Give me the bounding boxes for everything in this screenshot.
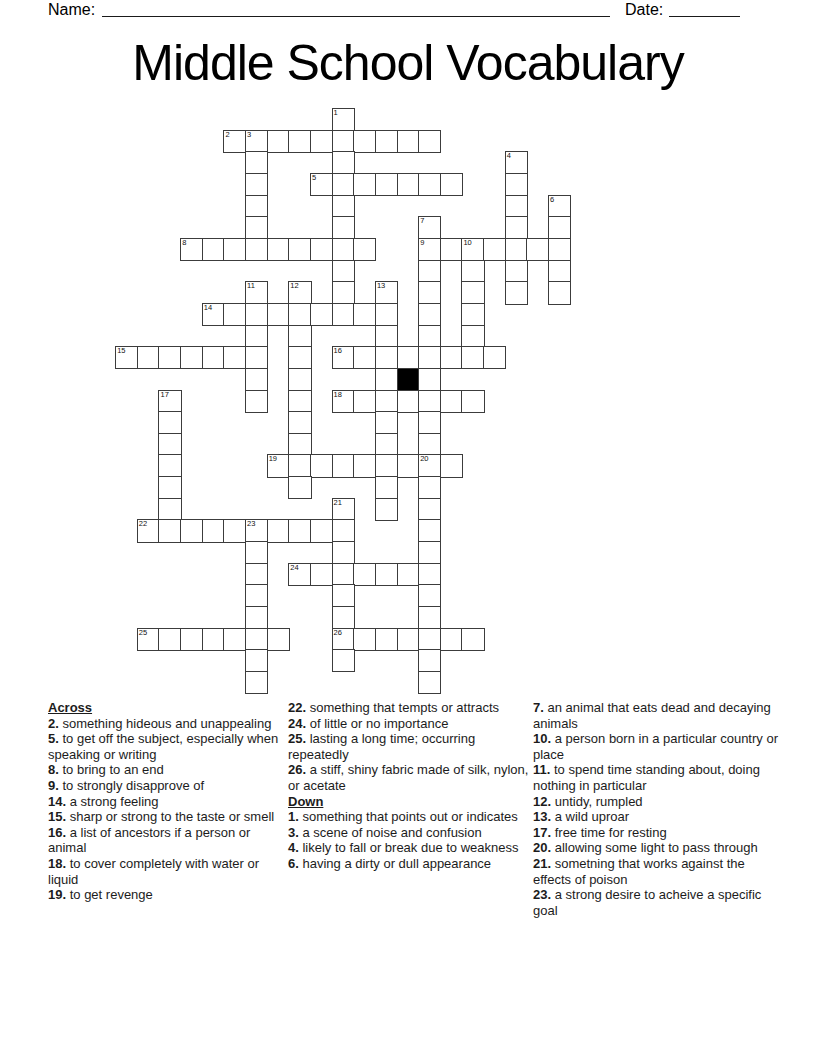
cell-r16c12[interactable] xyxy=(375,454,398,477)
cell-number-2: 2 xyxy=(225,131,229,139)
cell-r6c14[interactable]: 9 xyxy=(418,238,441,261)
cell-r24c3[interactable] xyxy=(180,628,203,651)
cell-r4c20[interactable]: 6 xyxy=(548,195,571,218)
cell-r10c14[interactable] xyxy=(418,325,441,348)
cell-r1c7[interactable] xyxy=(267,130,290,153)
cell-r10c8[interactable] xyxy=(288,325,311,348)
cell-r1c5[interactable]: 2 xyxy=(223,130,246,153)
cell-r11c4[interactable] xyxy=(202,346,225,369)
cell-number-14: 14 xyxy=(204,304,212,312)
cell-r11c13[interactable] xyxy=(397,346,420,369)
cell-r18c12[interactable] xyxy=(375,498,398,521)
cell-r5c18[interactable] xyxy=(505,216,528,239)
clues-across-header: Across xyxy=(48,700,285,716)
cell-number-4: 4 xyxy=(507,152,511,160)
cell-r21c14[interactable] xyxy=(418,563,441,586)
cell-r6c10[interactable] xyxy=(332,238,355,261)
cell-r16c10[interactable] xyxy=(332,454,355,477)
cell-r6c11[interactable] xyxy=(353,238,376,261)
cell-r19c8[interactable] xyxy=(288,519,311,542)
cell-r13c12[interactable] xyxy=(375,390,398,413)
cell-r24c15[interactable] xyxy=(440,628,463,651)
cell-r14c2[interactable] xyxy=(158,411,181,434)
clue-number: 7. xyxy=(533,700,547,715)
cell-r21c12[interactable] xyxy=(375,563,398,586)
crossword-grid: 1234567891011121314151617181920212223242… xyxy=(116,109,570,693)
clue-number: 14. xyxy=(48,794,70,809)
cell-r13c14[interactable] xyxy=(418,390,441,413)
cell-r5c20[interactable] xyxy=(548,216,571,239)
cell-r19c4[interactable] xyxy=(202,519,225,542)
cell-r24c12[interactable] xyxy=(375,628,398,651)
cell-r8c10[interactable] xyxy=(332,281,355,304)
cell-r1c12[interactable] xyxy=(375,130,398,153)
cell-r2c18[interactable]: 4 xyxy=(505,151,528,174)
clue-across-25: 25. lasting a long time; occurring repea… xyxy=(288,731,531,762)
clue-number: 17. xyxy=(533,825,555,840)
clue-number: 23. xyxy=(533,887,555,902)
cell-r6c4[interactable] xyxy=(202,238,225,261)
clue-across-14: 14. a strong feeling xyxy=(48,794,285,810)
cell-number-26: 26 xyxy=(334,629,342,637)
cell-r6c9[interactable] xyxy=(310,238,333,261)
clues-column-left: Across2. something hideous and unappeali… xyxy=(48,700,285,903)
clue-number: 18. xyxy=(48,856,70,871)
cell-r14c12[interactable] xyxy=(375,411,398,434)
clue-across-22: 22. something that tempts or attracts xyxy=(288,700,531,716)
cell-r11c6[interactable] xyxy=(245,346,268,369)
worksheet-page: Name: Date: Middle School Vocabulary 123… xyxy=(0,0,816,1056)
cell-r19c10[interactable] xyxy=(332,519,355,542)
clue-down-13: 13. a wild uproar xyxy=(533,809,781,825)
clues-down-header: Down xyxy=(288,794,531,810)
cell-r6c17[interactable] xyxy=(483,238,506,261)
cell-r23c10[interactable] xyxy=(332,606,355,629)
name-line[interactable] xyxy=(102,16,610,17)
cell-number-3: 3 xyxy=(247,131,251,139)
cell-number-24: 24 xyxy=(290,564,298,572)
cell-r4c18[interactable] xyxy=(505,195,528,218)
cell-r16c2[interactable] xyxy=(158,454,181,477)
cell-number-11: 11 xyxy=(247,282,255,290)
cell-r15c12[interactable] xyxy=(375,433,398,456)
clue-number: 11. xyxy=(533,762,554,777)
cell-r21c13[interactable] xyxy=(397,563,420,586)
clue-down-11: 11. to spend time standing about, doing … xyxy=(533,762,781,793)
cell-r9c12[interactable] xyxy=(375,303,398,326)
cell-r9c8[interactable] xyxy=(288,303,311,326)
cell-r25c6[interactable] xyxy=(245,649,268,672)
cell-r11c1[interactable] xyxy=(137,346,160,369)
cell-r16c8[interactable] xyxy=(288,454,311,477)
cell-r17c12[interactable] xyxy=(375,476,398,499)
cell-number-12: 12 xyxy=(290,282,298,290)
cell-r19c5[interactable] xyxy=(223,519,246,542)
cell-r16c11[interactable] xyxy=(353,454,376,477)
clue-number: 21. xyxy=(533,856,555,871)
cell-r8c6[interactable]: 11 xyxy=(245,281,268,304)
cell-r12c8[interactable] xyxy=(288,368,311,391)
cell-number-13: 13 xyxy=(377,282,385,290)
clue-down-10: 10. a person born in a particular countr… xyxy=(533,731,781,762)
cell-r26c14[interactable] xyxy=(418,671,441,694)
cell-r7c18[interactable] xyxy=(505,260,528,283)
cell-r24c6[interactable] xyxy=(245,628,268,651)
cell-r24c14[interactable] xyxy=(418,628,441,651)
clue-down-17: 17. free time for resting xyxy=(533,825,781,841)
cell-r11c11[interactable] xyxy=(353,346,376,369)
cell-r12c6[interactable] xyxy=(245,368,268,391)
cell-r6c3[interactable]: 8 xyxy=(180,238,203,261)
cell-r3c13[interactable] xyxy=(397,173,420,196)
clue-number: 20. xyxy=(533,840,555,855)
clue-across-16: 16. a list of ancestors if a person or a… xyxy=(48,825,285,856)
clue-number: 13. xyxy=(533,809,555,824)
cell-r9c16[interactable] xyxy=(461,303,484,326)
clue-down-1: 1. something that points out or indicate… xyxy=(288,809,531,825)
clue-number: 3. xyxy=(288,825,302,840)
cell-r13c2[interactable]: 17 xyxy=(158,390,181,413)
cell-r15c8[interactable] xyxy=(288,433,311,456)
clue-down-20: 20. allowing some light to pass through xyxy=(533,840,781,856)
cell-number-22: 22 xyxy=(139,520,147,528)
cell-r11c5[interactable] xyxy=(223,346,246,369)
clue-across-18: 18. to cover completely with water or li… xyxy=(48,856,285,887)
cell-r11c0[interactable]: 15 xyxy=(115,346,138,369)
clue-number: 22. xyxy=(288,700,310,715)
cell-number-21: 21 xyxy=(334,499,342,507)
cell-r13c16[interactable] xyxy=(461,390,484,413)
cell-r19c3[interactable] xyxy=(180,519,203,542)
cell-r9c6[interactable] xyxy=(245,303,268,326)
cell-r11c17[interactable] xyxy=(483,346,506,369)
clue-across-19: 19. to get revenge xyxy=(48,887,285,903)
cell-number-23: 23 xyxy=(247,520,255,528)
cell-r19c7[interactable] xyxy=(267,519,290,542)
cell-r4c6[interactable] xyxy=(245,195,268,218)
cell-r0c10[interactable]: 1 xyxy=(332,108,355,131)
clue-down-12: 12. untidy, rumpled xyxy=(533,794,781,810)
cell-r3c15[interactable] xyxy=(440,173,463,196)
cell-r15c14[interactable] xyxy=(418,433,441,456)
clue-down-6: 6. having a dirty or dull appearance xyxy=(288,856,531,872)
date-label: Date: xyxy=(625,1,663,19)
cell-r16c13[interactable] xyxy=(397,454,420,477)
cell-r24c2[interactable] xyxy=(158,628,181,651)
cell-r1c9[interactable] xyxy=(310,130,333,153)
cell-r3c12[interactable] xyxy=(375,173,398,196)
cell-r5c10[interactable] xyxy=(332,216,355,239)
cell-number-16: 16 xyxy=(334,347,342,355)
cell-r25c14[interactable] xyxy=(418,649,441,672)
cell-r6c7[interactable] xyxy=(267,238,290,261)
cell-r20c6[interactable] xyxy=(245,541,268,564)
cell-r24c11[interactable] xyxy=(353,628,376,651)
cell-r2c6[interactable] xyxy=(245,151,268,174)
cell-r6c18[interactable] xyxy=(505,238,528,261)
cell-r20c14[interactable] xyxy=(418,541,441,564)
cell-r7c10[interactable] xyxy=(332,260,355,283)
cell-r18c14[interactable] xyxy=(418,498,441,521)
cell-r13c13[interactable] xyxy=(397,390,420,413)
cell-r14c14[interactable] xyxy=(418,411,441,434)
cell-r5c6[interactable] xyxy=(245,216,268,239)
clue-number: 4. xyxy=(288,840,302,855)
cell-r10c16[interactable] xyxy=(461,325,484,348)
cell-number-20: 20 xyxy=(420,455,428,463)
clue-down-23: 23. a strong desire to acheive a specifi… xyxy=(533,887,781,918)
clues-column-right: 7. an animal that eats dead and decaying… xyxy=(533,700,781,918)
cell-r13c11[interactable] xyxy=(353,390,376,413)
cell-r13c6[interactable] xyxy=(245,390,268,413)
cell-r11c16[interactable] xyxy=(461,346,484,369)
cell-r10c12[interactable] xyxy=(375,325,398,348)
clue-number: 26. xyxy=(288,762,310,777)
clue-number: 15. xyxy=(48,809,70,824)
cell-r9c9[interactable] xyxy=(310,303,333,326)
cell-r22c14[interactable] xyxy=(418,584,441,607)
cell-r11c2[interactable] xyxy=(158,346,181,369)
cell-r8c16[interactable] xyxy=(461,281,484,304)
cell-r9c4[interactable]: 14 xyxy=(202,303,225,326)
cell-r24c10[interactable]: 26 xyxy=(332,628,355,651)
cell-number-8: 8 xyxy=(182,239,186,247)
cell-r13c15[interactable] xyxy=(440,390,463,413)
cell-r7c16[interactable] xyxy=(461,260,484,283)
name-label: Name: xyxy=(48,1,95,19)
cell-r6c6[interactable] xyxy=(245,238,268,261)
cell-r1c10[interactable] xyxy=(332,130,355,153)
clue-number: 1. xyxy=(288,809,302,824)
cell-r1c13[interactable] xyxy=(397,130,420,153)
clue-number: 10. xyxy=(533,731,555,746)
cell-r24c16[interactable] xyxy=(461,628,484,651)
cell-number-15: 15 xyxy=(117,347,125,355)
cell-r19c14[interactable] xyxy=(418,519,441,542)
cell-r3c9[interactable]: 5 xyxy=(310,173,333,196)
cell-r13c8[interactable] xyxy=(288,390,311,413)
date-line[interactable] xyxy=(669,16,740,17)
clue-number: 2. xyxy=(48,716,62,731)
cell-r25c10[interactable] xyxy=(332,649,355,672)
clue-number: 6. xyxy=(288,856,302,871)
clue-number: 8. xyxy=(48,762,62,777)
clues-column-middle: 22. something that tempts or attracts24.… xyxy=(288,700,531,872)
cell-r21c11[interactable] xyxy=(353,563,376,586)
cell-r24c5[interactable] xyxy=(223,628,246,651)
cell-number-6: 6 xyxy=(550,196,554,204)
cell-r17c8[interactable] xyxy=(288,476,311,499)
cell-r9c10[interactable] xyxy=(332,303,355,326)
cell-r11c8[interactable] xyxy=(288,346,311,369)
cell-number-1: 1 xyxy=(334,109,338,117)
cell-r6c8[interactable] xyxy=(288,238,311,261)
cell-r6c15[interactable] xyxy=(440,238,463,261)
cell-r16c14[interactable]: 20 xyxy=(418,454,441,477)
blocked-cell xyxy=(397,368,420,391)
cell-r21c10[interactable] xyxy=(332,563,355,586)
cell-r11c14[interactable] xyxy=(418,346,441,369)
cell-r12c14[interactable] xyxy=(418,368,441,391)
clue-across-24: 24. of little or no importance xyxy=(288,716,531,732)
cell-r1c14[interactable] xyxy=(418,130,441,153)
clue-down-3: 3. a scene of noise and confusion xyxy=(288,825,531,841)
clue-number: 19. xyxy=(48,887,70,902)
cell-r9c11[interactable] xyxy=(353,303,376,326)
cell-r3c14[interactable] xyxy=(418,173,441,196)
cell-r24c4[interactable] xyxy=(202,628,225,651)
page-title: Middle School Vocabulary xyxy=(0,34,816,92)
cell-number-17: 17 xyxy=(160,391,168,399)
cell-r20c10[interactable] xyxy=(332,541,355,564)
cell-r11c12[interactable] xyxy=(375,346,398,369)
cell-r13c10[interactable]: 18 xyxy=(332,390,355,413)
cell-r23c14[interactable] xyxy=(418,606,441,629)
cell-r6c19[interactable] xyxy=(526,238,549,261)
cell-r23c6[interactable] xyxy=(245,606,268,629)
cell-r18c10[interactable]: 21 xyxy=(332,498,355,521)
cell-r18c2[interactable] xyxy=(158,498,181,521)
cell-number-10: 10 xyxy=(463,239,471,247)
cell-r3c6[interactable] xyxy=(245,173,268,196)
clue-number: 24. xyxy=(288,716,310,731)
cell-r1c6[interactable]: 3 xyxy=(245,130,268,153)
clue-across-26: 26. a stiff, shiny fabric made of silk, … xyxy=(288,762,531,793)
cell-r16c7[interactable]: 19 xyxy=(267,454,290,477)
clue-across-9: 9. to strongly disapprove of xyxy=(48,778,285,794)
cell-number-9: 9 xyxy=(420,239,424,247)
cell-r8c8[interactable]: 12 xyxy=(288,281,311,304)
cell-r19c6[interactable]: 23 xyxy=(245,519,268,542)
clue-across-2: 2. something hideous and unappealing xyxy=(48,716,285,732)
cell-number-18: 18 xyxy=(334,391,342,399)
clue-across-5: 5. to get off the subject, especially wh… xyxy=(48,731,285,762)
clue-number: 9. xyxy=(48,778,62,793)
cell-r1c8[interactable] xyxy=(288,130,311,153)
cell-number-19: 19 xyxy=(269,455,277,463)
cell-r26c6[interactable] xyxy=(245,671,268,694)
cell-r6c5[interactable] xyxy=(223,238,246,261)
clue-down-4: 4. likely to fall or break due to weakne… xyxy=(288,840,531,856)
cell-r11c15[interactable] xyxy=(440,346,463,369)
cell-r16c9[interactable] xyxy=(310,454,333,477)
cell-r7c20[interactable] xyxy=(548,260,571,283)
cell-r9c14[interactable] xyxy=(418,303,441,326)
cell-r19c2[interactable] xyxy=(158,519,181,542)
cell-r17c2[interactable] xyxy=(158,476,181,499)
cell-r1c11[interactable] xyxy=(353,130,376,153)
clue-down-21: 21. sometning that works against the eff… xyxy=(533,856,781,887)
cell-r15c2[interactable] xyxy=(158,433,181,456)
cell-number-7: 7 xyxy=(420,217,424,225)
clue-number: 12. xyxy=(533,794,555,809)
cell-r3c11[interactable] xyxy=(353,173,376,196)
cell-r9c7[interactable] xyxy=(267,303,290,326)
cell-r6c16[interactable]: 10 xyxy=(461,238,484,261)
clue-across-15: 15. sharp or strong to the taste or smel… xyxy=(48,809,285,825)
clue-across-8: 8. to bring to an end xyxy=(48,762,285,778)
cell-r12c12[interactable] xyxy=(375,368,398,391)
cell-r3c18[interactable] xyxy=(505,173,528,196)
cell-r2c10[interactable] xyxy=(332,151,355,174)
cell-r4c10[interactable] xyxy=(332,195,355,218)
cell-r19c1[interactable]: 22 xyxy=(137,519,160,542)
cell-r21c8[interactable]: 24 xyxy=(288,563,311,586)
cell-r22c6[interactable] xyxy=(245,584,268,607)
clue-number: 5. xyxy=(48,731,62,746)
cell-r24c1[interactable]: 25 xyxy=(137,628,160,651)
cell-r8c18[interactable] xyxy=(505,281,528,304)
cell-r3c10[interactable] xyxy=(332,173,355,196)
cell-r21c9[interactable] xyxy=(310,563,333,586)
cell-r8c12[interactable]: 13 xyxy=(375,281,398,304)
cell-r19c9[interactable] xyxy=(310,519,333,542)
cell-r8c20[interactable] xyxy=(548,281,571,304)
cell-r11c10[interactable]: 16 xyxy=(332,346,355,369)
clue-number: 25. xyxy=(288,731,310,746)
cell-number-25: 25 xyxy=(139,629,147,637)
cell-r8c14[interactable] xyxy=(418,281,441,304)
cell-r10c6[interactable] xyxy=(245,325,268,348)
cell-r16c15[interactable] xyxy=(440,454,463,477)
cell-r24c13[interactable] xyxy=(397,628,420,651)
clue-down-7: 7. an animal that eats dead and decaying… xyxy=(533,700,781,731)
cell-r6c20[interactable] xyxy=(548,238,571,261)
cell-r9c5[interactable] xyxy=(223,303,246,326)
cell-number-5: 5 xyxy=(312,174,316,182)
cell-r17c14[interactable] xyxy=(418,476,441,499)
cell-r5c14[interactable]: 7 xyxy=(418,216,441,239)
cell-r14c8[interactable] xyxy=(288,411,311,434)
cell-r21c6[interactable] xyxy=(245,563,268,586)
cell-r11c3[interactable] xyxy=(180,346,203,369)
cell-r7c14[interactable] xyxy=(418,260,441,283)
clue-number: 16. xyxy=(48,825,70,840)
cell-r24c7[interactable] xyxy=(267,628,290,651)
cell-r22c10[interactable] xyxy=(332,584,355,607)
